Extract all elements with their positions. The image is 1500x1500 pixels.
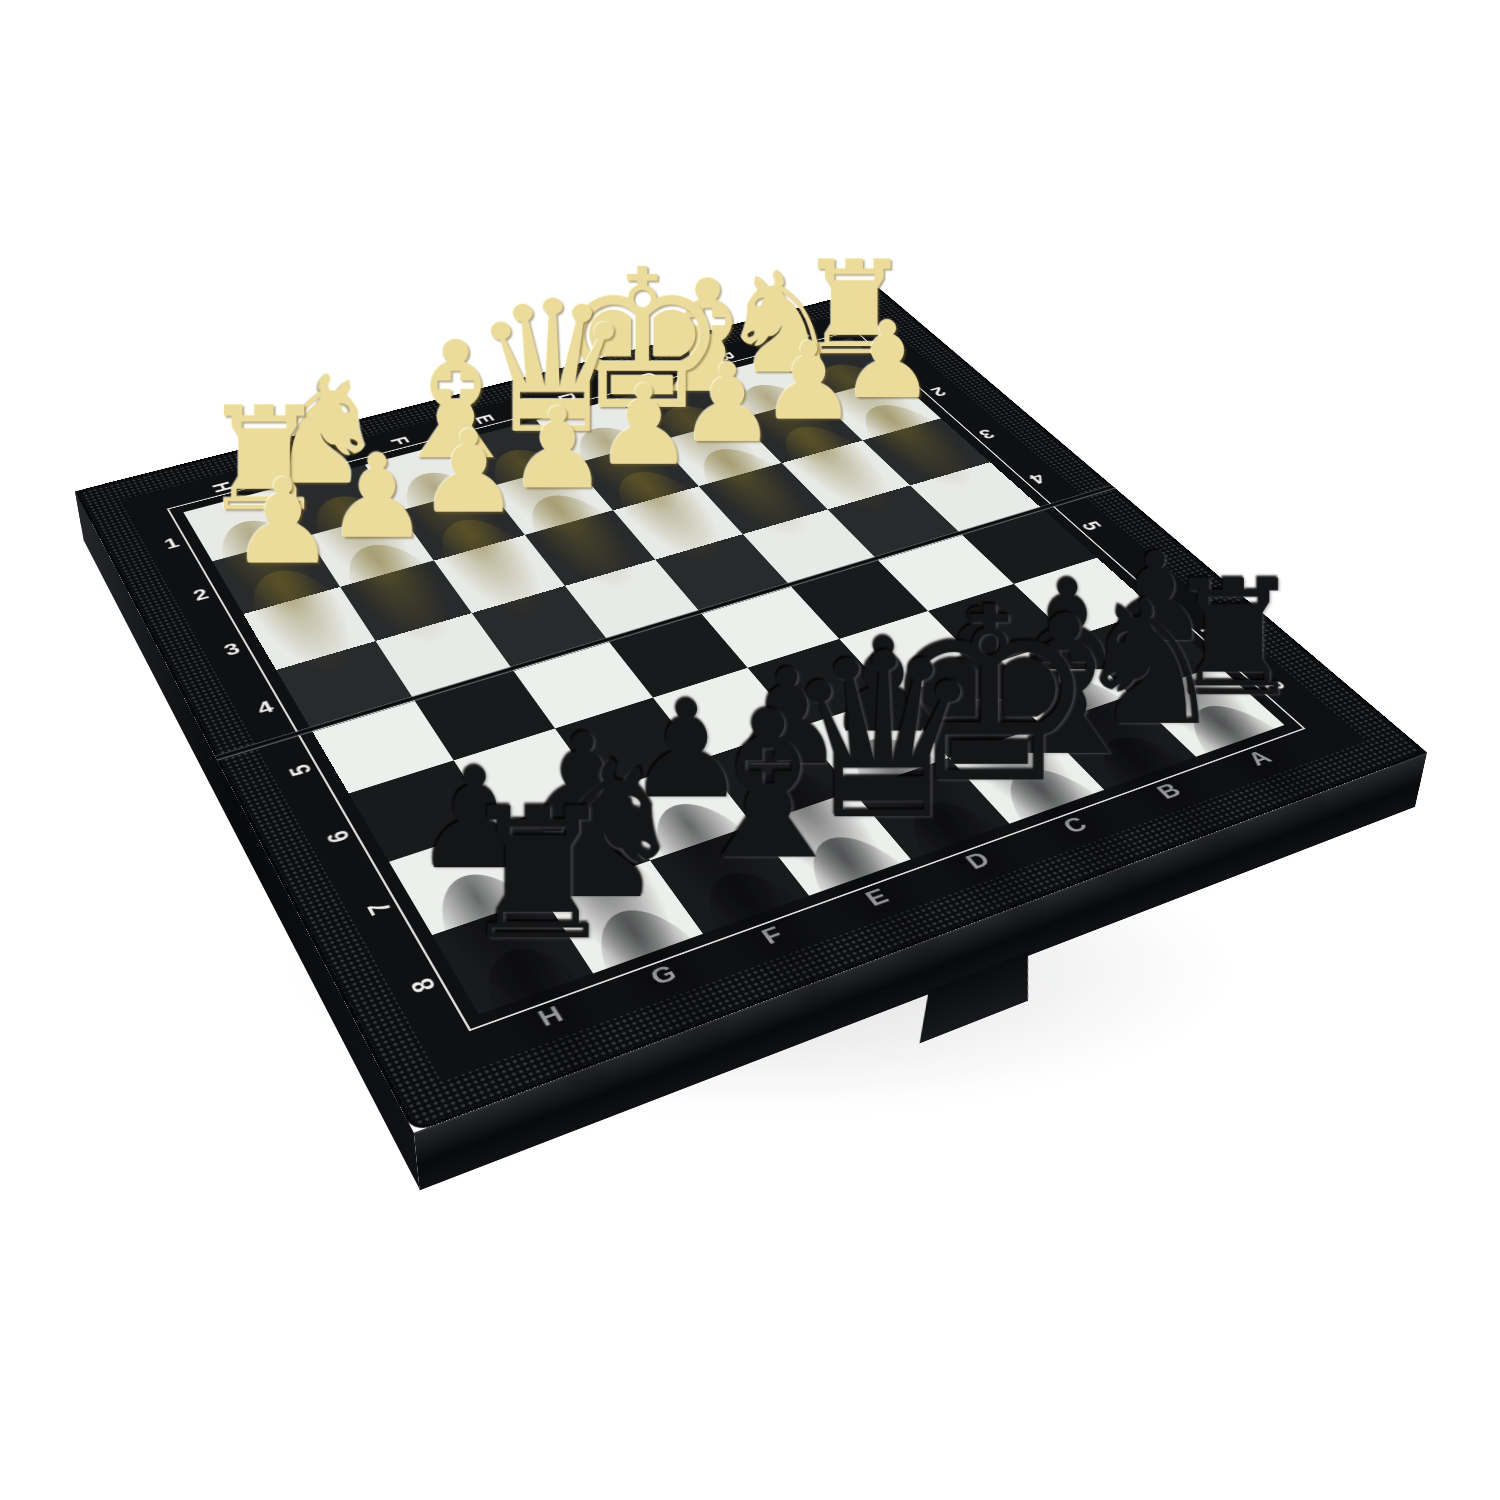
piece-white-pawn-f2[interactable]: ♟ <box>418 416 515 530</box>
piece-white-pawn-e2[interactable]: ♟ <box>507 393 603 506</box>
piece-white-pawn-d2[interactable]: ♟ <box>594 371 688 482</box>
rank-label-left-8: 8 <box>404 974 443 996</box>
rank-label-left-2: 2 <box>190 585 212 604</box>
rank-label-left-3: 3 <box>221 640 244 660</box>
piece-black-rook-h8[interactable]: ♜ <box>457 784 580 965</box>
product-photo: ♜♞♝♛♚♝♞♜♟♟♟♟♟♟♟♟♟♟♟♟♟♟♟♟♜♞♝♛♚♝♞♜ HGFEDCB… <box>0 0 1500 1500</box>
rank-label-left-1: 1 <box>161 535 182 553</box>
scene: ♜♞♝♛♚♝♞♜♟♟♟♟♟♟♟♟♟♟♟♟♟♟♟♟♜♞♝♛♚♝♞♜ HGFEDCB… <box>0 0 1500 1500</box>
rank-label-left-6: 6 <box>320 827 356 846</box>
piece-black-bishop-f8[interactable]: ♝ <box>677 685 795 888</box>
rank-label-left-4: 4 <box>253 697 277 718</box>
chess-case: ♜♞♝♛♚♝♞♜♟♟♟♟♟♟♟♟♟♟♟♟♟♟♟♟♜♞♝♛♚♝♞♜ HGFEDCB… <box>75 288 1427 1133</box>
rank-label-left-7: 7 <box>361 898 399 919</box>
piece-white-pawn-h2[interactable]: ♟ <box>230 464 330 582</box>
piece-white-pawn-g2[interactable]: ♟ <box>325 439 424 555</box>
rank-label-left-5: 5 <box>283 761 318 779</box>
